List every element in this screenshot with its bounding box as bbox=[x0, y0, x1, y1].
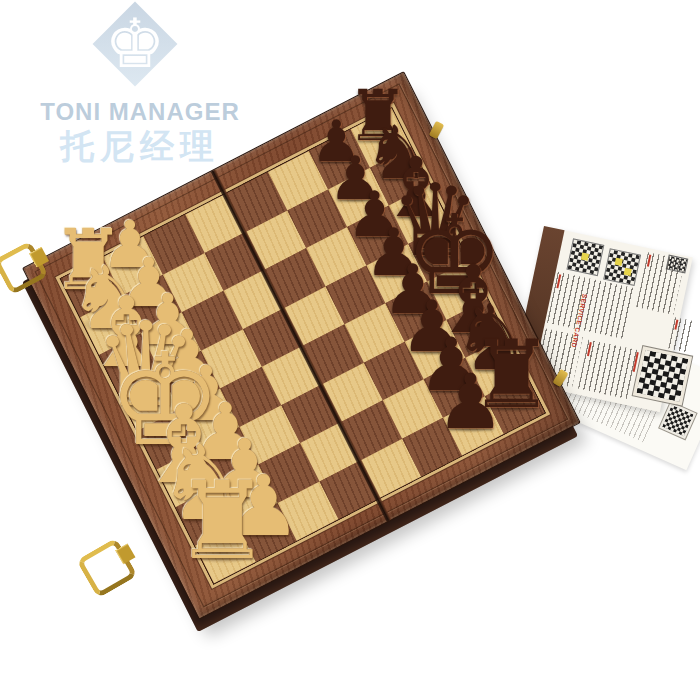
board-square bbox=[382, 379, 442, 438]
chessboard-diagram-icon bbox=[566, 238, 604, 276]
board-square bbox=[102, 236, 162, 295]
board-square bbox=[99, 334, 159, 393]
chess-board bbox=[22, 71, 581, 620]
fine-print-text-columns bbox=[668, 317, 694, 352]
board-square bbox=[388, 184, 448, 243]
brand-name: TONI MANAGER bbox=[0, 98, 280, 126]
board-square bbox=[344, 303, 404, 362]
board-square bbox=[144, 215, 204, 274]
board-square bbox=[163, 253, 223, 312]
product-photo-scene: Chess SERVICE CARD bbox=[0, 0, 700, 700]
brass-hasp-icon bbox=[76, 537, 138, 598]
fine-print-text-columns bbox=[636, 252, 685, 315]
board-square bbox=[287, 189, 347, 248]
board-square bbox=[217, 465, 277, 524]
fine-print-text-columns bbox=[578, 340, 637, 399]
board-square bbox=[366, 244, 426, 303]
board-square bbox=[258, 443, 318, 502]
chessboard-diagram-icon bbox=[659, 402, 696, 439]
board-square bbox=[363, 341, 423, 400]
board-square bbox=[160, 350, 220, 409]
board-square bbox=[61, 257, 121, 316]
board-square bbox=[385, 282, 445, 341]
board-square bbox=[179, 388, 239, 447]
board-square bbox=[350, 108, 410, 167]
chessboard-diagram-icon bbox=[633, 346, 692, 405]
board-fold-seam bbox=[211, 169, 392, 521]
board-square bbox=[141, 312, 201, 371]
board-square bbox=[424, 358, 484, 417]
board-square bbox=[176, 486, 236, 545]
diamond-logo-shape bbox=[93, 2, 178, 87]
chessboard-diagram-icon bbox=[603, 248, 641, 286]
board-square bbox=[405, 320, 465, 379]
highlight-square bbox=[624, 268, 632, 276]
chess-king-logo-icon: ♚ bbox=[85, 0, 185, 92]
board-square bbox=[484, 375, 544, 434]
board-square bbox=[408, 222, 468, 281]
board-square bbox=[239, 405, 299, 464]
board-square bbox=[325, 265, 385, 324]
board-square bbox=[347, 206, 407, 265]
board-square bbox=[306, 227, 366, 286]
board-square bbox=[121, 274, 181, 333]
highlight-square bbox=[615, 258, 623, 266]
board-square bbox=[118, 372, 178, 431]
board-square bbox=[157, 448, 217, 507]
board-square bbox=[278, 481, 338, 540]
board-square bbox=[402, 417, 462, 476]
board-square bbox=[182, 291, 242, 350]
board-square bbox=[328, 168, 388, 227]
board-square bbox=[309, 130, 369, 189]
brass-catch-icon bbox=[429, 121, 444, 139]
board-square bbox=[443, 396, 503, 455]
board-square bbox=[198, 426, 258, 485]
board-square bbox=[369, 146, 429, 205]
board-square bbox=[465, 337, 525, 396]
board-square bbox=[195, 524, 255, 583]
board-square bbox=[137, 410, 197, 469]
board-square bbox=[236, 503, 296, 562]
board-square bbox=[446, 299, 506, 358]
board-square bbox=[427, 261, 487, 320]
highlight-square bbox=[581, 253, 589, 261]
board-square bbox=[80, 296, 140, 355]
board-square bbox=[201, 329, 261, 388]
board-square bbox=[268, 151, 328, 210]
board-square bbox=[220, 367, 280, 426]
